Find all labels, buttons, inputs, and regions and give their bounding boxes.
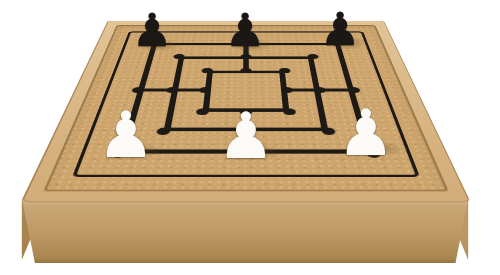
- board-scene: ♟ ♟ ♟ ♟ ♟ ♟: [0, 0, 500, 275]
- node-f6[interactable]: [307, 54, 319, 59]
- piece-black-pawn-d7[interactable]: ♟: [205, 7, 285, 53]
- node-d5[interactable]: [240, 68, 251, 73]
- node-f4[interactable]: [313, 87, 326, 93]
- piece-white-pawn-d1[interactable]: ♟: [206, 104, 286, 168]
- tray-front-face: [22, 199, 468, 263]
- node-e5[interactable]: [279, 68, 291, 73]
- node-e4[interactable]: [281, 87, 294, 93]
- piece-black-pawn-g7[interactable]: ♟: [300, 6, 380, 52]
- piece-black-pawn-a7[interactable]: ♟: [112, 7, 192, 53]
- piece-white-pawn-a1[interactable]: ♟: [86, 103, 166, 167]
- piece-white-pawn-g1[interactable]: ♟: [326, 101, 406, 165]
